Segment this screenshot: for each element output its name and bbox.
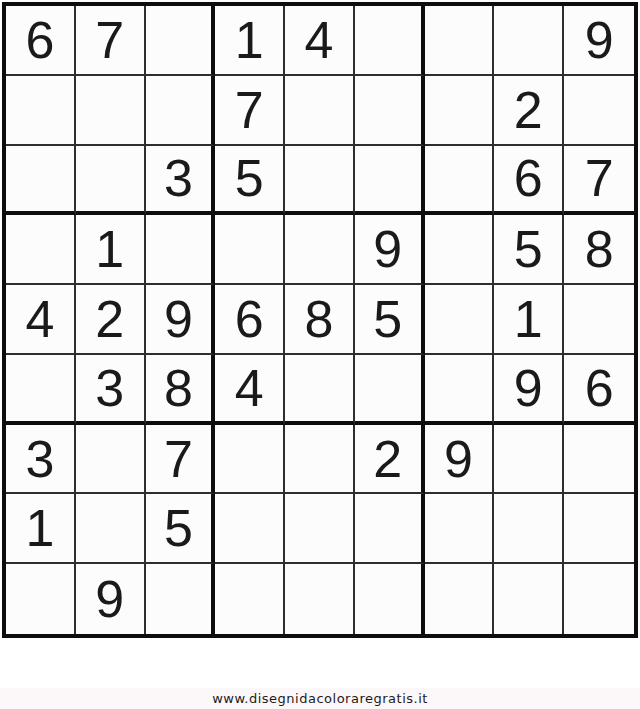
- cell-r3c1[interactable]: [6, 146, 76, 216]
- cell-r7c9[interactable]: [564, 425, 634, 495]
- cell-r7c1[interactable]: 3: [6, 425, 76, 495]
- cell-r8c9[interactable]: [564, 494, 634, 564]
- cell-r3c4[interactable]: 5: [215, 146, 285, 216]
- cell-r3c5[interactable]: [285, 146, 355, 216]
- cell-r8c5[interactable]: [285, 494, 355, 564]
- cell-r5c4[interactable]: 6: [215, 285, 285, 355]
- cell-r5c8[interactable]: 1: [494, 285, 564, 355]
- cell-r5c5[interactable]: 8: [285, 285, 355, 355]
- cell-r1c3[interactable]: [146, 6, 216, 76]
- cell-r2c3[interactable]: [146, 76, 216, 146]
- cell-r4c8[interactable]: 5: [494, 215, 564, 285]
- cell-r8c7[interactable]: [425, 494, 495, 564]
- cell-r4c3[interactable]: [146, 215, 216, 285]
- cell-r7c6[interactable]: 2: [355, 425, 425, 495]
- cell-r1c2[interactable]: 7: [76, 6, 146, 76]
- cell-r7c2[interactable]: [76, 425, 146, 495]
- cell-r2c8[interactable]: 2: [494, 76, 564, 146]
- watermark-text: www.disegnidacoloraregratis.it: [212, 691, 428, 706]
- cell-r9c3[interactable]: [146, 564, 216, 634]
- cell-r3c3[interactable]: 3: [146, 146, 216, 216]
- cell-r8c1[interactable]: 1: [6, 494, 76, 564]
- cell-r5c7[interactable]: [425, 285, 495, 355]
- cell-r1c8[interactable]: [494, 6, 564, 76]
- cell-r7c8[interactable]: [494, 425, 564, 495]
- cell-r4c4[interactable]: [215, 215, 285, 285]
- cell-r2c2[interactable]: [76, 76, 146, 146]
- cell-r6c7[interactable]: [425, 355, 495, 425]
- cell-r6c8[interactable]: 9: [494, 355, 564, 425]
- cell-r7c7[interactable]: 9: [425, 425, 495, 495]
- sudoku-board: 6714972356719584296851384963729159: [2, 2, 638, 638]
- cell-r9c9[interactable]: [564, 564, 634, 634]
- cell-r5c6[interactable]: 5: [355, 285, 425, 355]
- cell-r2c6[interactable]: [355, 76, 425, 146]
- cell-r6c5[interactable]: [285, 355, 355, 425]
- cell-r5c1[interactable]: 4: [6, 285, 76, 355]
- cell-r5c2[interactable]: 2: [76, 285, 146, 355]
- cell-r6c4[interactable]: 4: [215, 355, 285, 425]
- cell-r1c1[interactable]: 6: [6, 6, 76, 76]
- cell-r1c9[interactable]: 9: [564, 6, 634, 76]
- cell-r8c8[interactable]: [494, 494, 564, 564]
- cell-r6c3[interactable]: 8: [146, 355, 216, 425]
- cell-r1c7[interactable]: [425, 6, 495, 76]
- cell-r1c6[interactable]: [355, 6, 425, 76]
- cell-r5c9[interactable]: [564, 285, 634, 355]
- cell-r4c9[interactable]: 8: [564, 215, 634, 285]
- cell-r4c5[interactable]: [285, 215, 355, 285]
- cell-r9c1[interactable]: [6, 564, 76, 634]
- cell-r9c8[interactable]: [494, 564, 564, 634]
- cell-r2c1[interactable]: [6, 76, 76, 146]
- cell-r4c7[interactable]: [425, 215, 495, 285]
- cell-r4c2[interactable]: 1: [76, 215, 146, 285]
- cell-r8c4[interactable]: [215, 494, 285, 564]
- cell-r9c6[interactable]: [355, 564, 425, 634]
- cell-r3c2[interactable]: [76, 146, 146, 216]
- cell-r7c4[interactable]: [215, 425, 285, 495]
- cell-r2c4[interactable]: 7: [215, 76, 285, 146]
- cell-r8c2[interactable]: [76, 494, 146, 564]
- watermark-band: www.disegnidacoloraregratis.it: [0, 688, 640, 709]
- cell-r3c9[interactable]: 7: [564, 146, 634, 216]
- cell-r8c3[interactable]: 5: [146, 494, 216, 564]
- cell-r1c4[interactable]: 1: [215, 6, 285, 76]
- cell-r9c2[interactable]: 9: [76, 564, 146, 634]
- cell-r2c7[interactable]: [425, 76, 495, 146]
- cell-r4c6[interactable]: 9: [355, 215, 425, 285]
- cell-r2c9[interactable]: [564, 76, 634, 146]
- cell-r8c6[interactable]: [355, 494, 425, 564]
- cell-r7c5[interactable]: [285, 425, 355, 495]
- cell-r3c6[interactable]: [355, 146, 425, 216]
- cell-r9c5[interactable]: [285, 564, 355, 634]
- cell-r3c7[interactable]: [425, 146, 495, 216]
- cell-r9c4[interactable]: [215, 564, 285, 634]
- cell-r2c5[interactable]: [285, 76, 355, 146]
- cell-r7c3[interactable]: 7: [146, 425, 216, 495]
- cell-r6c6[interactable]: [355, 355, 425, 425]
- cell-r3c8[interactable]: 6: [494, 146, 564, 216]
- cell-r6c9[interactable]: 6: [564, 355, 634, 425]
- cell-r5c3[interactable]: 9: [146, 285, 216, 355]
- cell-r4c1[interactable]: [6, 215, 76, 285]
- cell-r1c5[interactable]: 4: [285, 6, 355, 76]
- cell-r9c7[interactable]: [425, 564, 495, 634]
- cell-r6c1[interactable]: [6, 355, 76, 425]
- cell-r6c2[interactable]: 3: [76, 355, 146, 425]
